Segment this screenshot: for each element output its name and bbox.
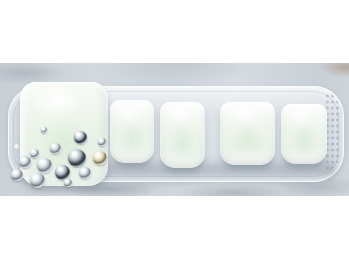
rhinestone — [41, 127, 47, 133]
rhinestone — [50, 143, 61, 154]
rhinestone — [55, 165, 70, 180]
rhinestone — [30, 173, 45, 188]
rhinestone — [93, 151, 107, 165]
rhinestone — [37, 158, 52, 173]
rhinestone — [64, 179, 72, 187]
rhinestone — [30, 149, 39, 158]
rhinestone — [11, 169, 23, 181]
rhinestone — [68, 149, 86, 167]
rhinestone — [74, 131, 87, 144]
nail-art-photo — [0, 63, 349, 196]
rhinestones-layer — [0, 63, 349, 196]
rhinestone — [98, 138, 106, 146]
rhinestone — [19, 156, 31, 168]
rhinestone — [79, 167, 91, 179]
rhinestone — [14, 144, 20, 150]
